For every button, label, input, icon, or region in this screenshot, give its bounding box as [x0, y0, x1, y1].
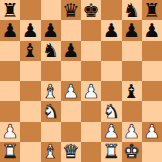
black-bishop-icon: ♝ [22, 41, 39, 60]
square-c3[interactable]: ♞ [41, 101, 61, 121]
square-c8[interactable] [41, 0, 61, 20]
black-pawn-icon: ♟ [42, 20, 59, 39]
square-h2[interactable]: ♟ [142, 122, 162, 142]
square-g4[interactable]: ♝ [122, 81, 142, 101]
square-a2[interactable]: ♟ [0, 122, 20, 142]
black-pawn-icon: ♟ [123, 20, 140, 39]
square-e8[interactable]: ♚ [81, 0, 101, 20]
square-a8[interactable]: ♜ [0, 0, 20, 20]
square-h1[interactable] [142, 142, 162, 162]
square-f5[interactable] [101, 61, 121, 81]
black-rook-icon: ♜ [143, 0, 160, 19]
square-h6[interactable] [142, 41, 162, 61]
white-pawn-icon: ♟ [62, 81, 79, 100]
square-h8[interactable]: ♜ [142, 0, 162, 20]
white-pawn-icon: ♟ [83, 81, 100, 100]
white-king-icon: ♚ [123, 142, 140, 161]
square-f8[interactable] [101, 0, 121, 20]
square-c4[interactable]: ♝ [41, 81, 61, 101]
white-queen-icon: ♛ [62, 142, 79, 161]
square-g7[interactable]: ♟ [122, 20, 142, 40]
square-e5[interactable] [81, 61, 101, 81]
square-a1[interactable]: ♜ [0, 142, 20, 162]
square-d6[interactable]: ♟ [61, 41, 81, 61]
square-a5[interactable] [0, 61, 20, 81]
chess-board: ♜♛♚♞♜♟♟♟♟♟♟♝♞♟♝♟♟♝♞♞♟♟♟♟♜♝♛♜♚ [0, 0, 162, 162]
square-a4[interactable] [0, 81, 20, 101]
black-knight-icon: ♞ [123, 0, 140, 19]
white-pawn-icon: ♟ [123, 122, 140, 141]
white-bishop-icon: ♝ [42, 142, 59, 161]
square-b3[interactable] [20, 101, 40, 121]
square-a6[interactable] [0, 41, 20, 61]
square-d5[interactable] [61, 61, 81, 81]
square-e3[interactable] [81, 101, 101, 121]
black-rook-icon: ♜ [2, 0, 19, 19]
white-pawn-icon: ♟ [2, 122, 19, 141]
square-g3[interactable] [122, 101, 142, 121]
black-pawn-icon: ♟ [22, 20, 39, 39]
black-pawn-icon: ♟ [2, 20, 19, 39]
square-h4[interactable] [142, 81, 162, 101]
square-h5[interactable] [142, 61, 162, 81]
square-e6[interactable] [81, 41, 101, 61]
square-d1[interactable]: ♛ [61, 142, 81, 162]
square-f6[interactable] [101, 41, 121, 61]
square-e7[interactable] [81, 20, 101, 40]
square-b4[interactable] [20, 81, 40, 101]
square-g6[interactable] [122, 41, 142, 61]
black-pawn-icon: ♟ [103, 20, 120, 39]
white-knight-icon: ♞ [42, 101, 59, 120]
square-c7[interactable]: ♟ [41, 20, 61, 40]
square-g8[interactable]: ♞ [122, 0, 142, 20]
white-knight-icon: ♞ [103, 101, 120, 120]
black-knight-icon: ♞ [42, 41, 59, 60]
square-b6[interactable]: ♝ [20, 41, 40, 61]
square-b2[interactable] [20, 122, 40, 142]
square-e1[interactable] [81, 142, 101, 162]
square-c2[interactable] [41, 122, 61, 142]
square-g1[interactable]: ♚ [122, 142, 142, 162]
square-b1[interactable] [20, 142, 40, 162]
square-b5[interactable] [20, 61, 40, 81]
black-pawn-icon: ♟ [62, 41, 79, 60]
square-f1[interactable]: ♜ [101, 142, 121, 162]
white-pawn-icon: ♟ [143, 122, 160, 141]
square-b8[interactable] [20, 0, 40, 20]
square-d2[interactable] [61, 122, 81, 142]
square-a7[interactable]: ♟ [0, 20, 20, 40]
square-d3[interactable] [61, 101, 81, 121]
black-bishop-icon: ♝ [123, 81, 140, 100]
black-queen-icon: ♛ [62, 0, 79, 19]
square-f4[interactable] [101, 81, 121, 101]
square-h7[interactable]: ♟ [142, 20, 162, 40]
square-g2[interactable]: ♟ [122, 122, 142, 142]
square-c1[interactable]: ♝ [41, 142, 61, 162]
square-e2[interactable] [81, 122, 101, 142]
square-f7[interactable]: ♟ [101, 20, 121, 40]
square-d7[interactable] [61, 20, 81, 40]
square-d8[interactable]: ♛ [61, 0, 81, 20]
square-c5[interactable] [41, 61, 61, 81]
white-bishop-icon: ♝ [42, 81, 59, 100]
square-c6[interactable]: ♞ [41, 41, 61, 61]
square-b7[interactable]: ♟ [20, 20, 40, 40]
square-h3[interactable] [142, 101, 162, 121]
square-d4[interactable]: ♟ [61, 81, 81, 101]
square-f2[interactable]: ♟ [101, 122, 121, 142]
square-f3[interactable]: ♞ [101, 101, 121, 121]
black-pawn-icon: ♟ [143, 20, 160, 39]
white-rook-icon: ♜ [103, 142, 120, 161]
white-rook-icon: ♜ [2, 142, 19, 161]
square-a3[interactable] [0, 101, 20, 121]
black-king-icon: ♚ [83, 0, 100, 19]
square-e4[interactable]: ♟ [81, 81, 101, 101]
square-g5[interactable] [122, 61, 142, 81]
white-pawn-icon: ♟ [103, 122, 120, 141]
